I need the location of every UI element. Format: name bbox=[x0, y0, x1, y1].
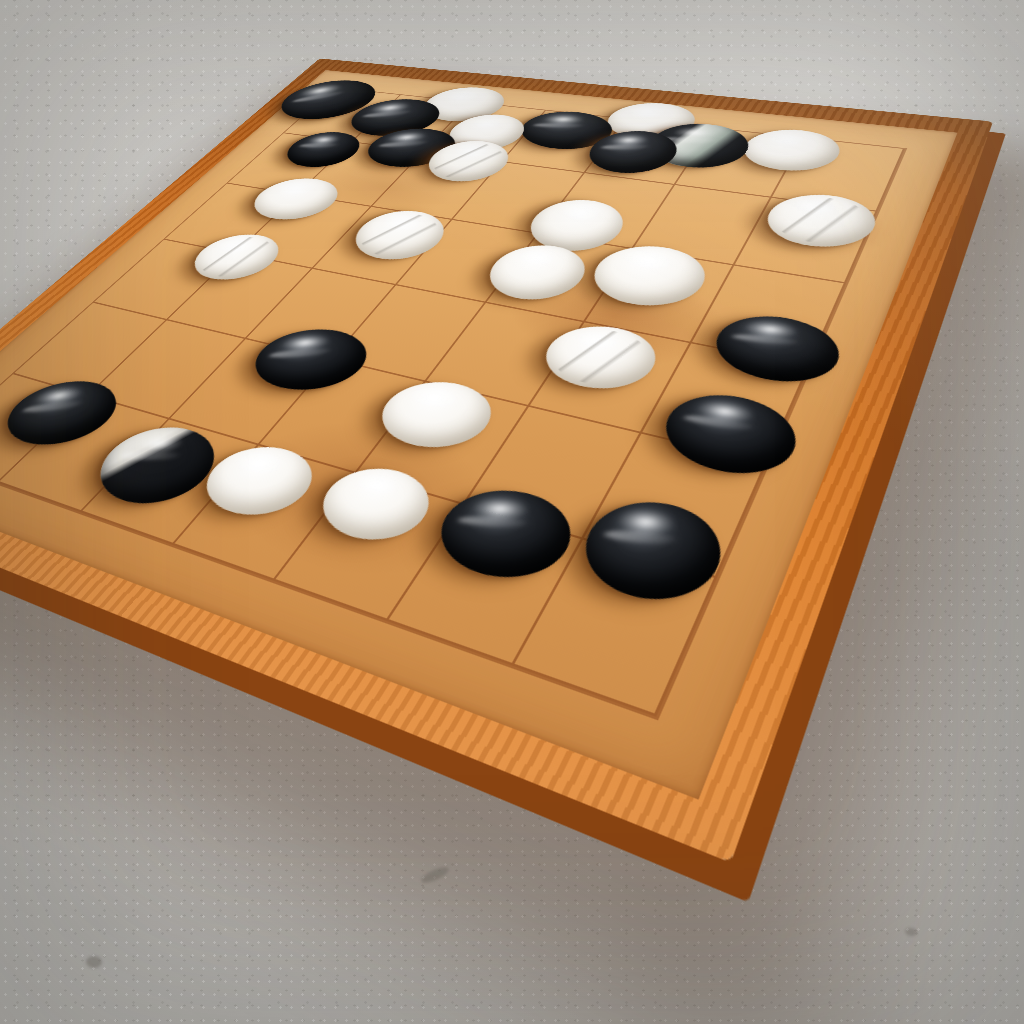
black-stone bbox=[274, 129, 372, 171]
white-stone bbox=[339, 204, 461, 267]
black-stone bbox=[567, 489, 738, 615]
white-stone bbox=[577, 238, 720, 315]
black-stone bbox=[700, 306, 854, 394]
white-stone bbox=[305, 458, 446, 551]
white-stone bbox=[240, 176, 350, 223]
white-stone bbox=[181, 233, 291, 282]
white-stone bbox=[531, 319, 670, 399]
black-stone bbox=[239, 326, 380, 395]
white-stone bbox=[366, 375, 506, 456]
floor-speck bbox=[86, 956, 102, 968]
white-stone bbox=[734, 126, 848, 176]
photo-scene bbox=[0, 0, 1024, 1024]
black-stone bbox=[421, 479, 587, 591]
black-stone bbox=[646, 382, 814, 489]
black-stone bbox=[0, 379, 133, 448]
white-stone bbox=[756, 189, 885, 253]
